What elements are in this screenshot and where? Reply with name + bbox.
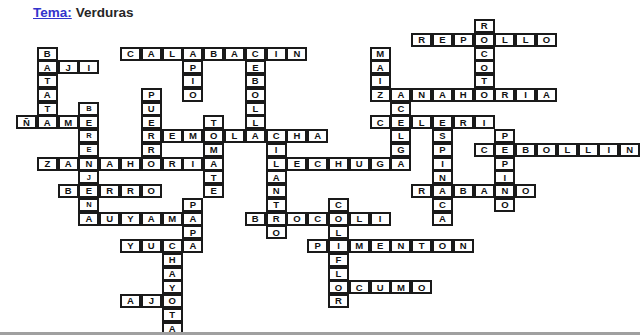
cell-r16-c21: N bbox=[453, 239, 474, 253]
cell-r14-c20: A bbox=[432, 212, 453, 226]
cell-r8-c7: E bbox=[162, 129, 183, 143]
cell-r11-c23: I bbox=[494, 170, 515, 184]
cell-r8-c13: H bbox=[286, 129, 307, 143]
cell-r16-c14: P bbox=[307, 239, 328, 253]
cell-r9-c27: L bbox=[578, 143, 599, 157]
cell-r9-c26: L bbox=[557, 143, 578, 157]
cell-r2-c8: A bbox=[182, 47, 203, 61]
cell-r7-c1: A bbox=[37, 115, 58, 129]
cell-r2-c10: A bbox=[224, 47, 245, 61]
cell-r6-c3: B bbox=[78, 102, 99, 116]
cell-r2-c12: I bbox=[266, 47, 287, 61]
cell-r14-c5: Y bbox=[120, 212, 141, 226]
cell-r5-c25: A bbox=[536, 88, 557, 102]
cell-r1-c23: L bbox=[494, 33, 515, 47]
cell-r12-c6: O bbox=[141, 184, 162, 198]
cell-r14-c4: U bbox=[99, 212, 120, 226]
cell-r7-c17: C bbox=[370, 115, 391, 129]
cell-r17-c7: H bbox=[162, 253, 183, 267]
crossword-board: REPOLLOCALABACINAJIZANAHORIAÑAMECELERIRE… bbox=[0, 0, 640, 335]
cell-r2-c22: C bbox=[474, 47, 495, 61]
cell-r7-c22: I bbox=[474, 115, 495, 129]
cell-r16-c8: A bbox=[182, 239, 203, 253]
cell-r5-c6: P bbox=[141, 88, 162, 102]
cell-r4-c17: I bbox=[370, 74, 391, 88]
cell-r5-c8: O bbox=[182, 88, 203, 102]
cell-r5-c17: Z bbox=[370, 88, 391, 102]
cell-r3-c3: I bbox=[78, 60, 99, 74]
page: Tema:Verduras REPOLLOCALABACINAJIZANAHOR… bbox=[0, 0, 640, 335]
cell-r12-c3: E bbox=[78, 184, 99, 198]
cell-r1-c21: P bbox=[453, 33, 474, 47]
cell-r16-c7: C bbox=[162, 239, 183, 253]
cell-r20-c6: J bbox=[141, 294, 162, 308]
cell-r5-c21: H bbox=[453, 88, 474, 102]
cell-r7-c11: L bbox=[245, 115, 266, 129]
cell-r9-c18: G bbox=[390, 143, 411, 157]
cell-r20-c7: O bbox=[162, 294, 183, 308]
cell-r2-c5: C bbox=[120, 47, 141, 61]
cell-r2-c9: B bbox=[203, 47, 224, 61]
cell-r14-c15: O bbox=[328, 212, 349, 226]
cell-r7-c9: T bbox=[203, 115, 224, 129]
cell-r8-c8: M bbox=[182, 129, 203, 143]
cell-r16-c16: M bbox=[349, 239, 370, 253]
cell-r14-c3: A bbox=[78, 212, 99, 226]
cell-r12-c21: B bbox=[453, 184, 474, 198]
cell-r11-c12: A bbox=[266, 170, 287, 184]
cell-r18-c15: L bbox=[328, 267, 349, 281]
cell-r5-c20: A bbox=[432, 88, 453, 102]
cell-r10-c8: I bbox=[182, 157, 203, 171]
cell-r19-c16: C bbox=[349, 280, 370, 294]
cell-r12-c20: A bbox=[432, 184, 453, 198]
cell-r1-c22: O bbox=[474, 33, 495, 47]
cell-r9-c25: O bbox=[536, 143, 557, 157]
cell-r2-c7: L bbox=[162, 47, 183, 61]
cell-r3-c1: A bbox=[37, 60, 58, 74]
cell-r16-c18: N bbox=[390, 239, 411, 253]
cell-r7-c19: L bbox=[411, 115, 432, 129]
cell-r21-c7: T bbox=[162, 308, 183, 322]
cell-r13-c23: O bbox=[494, 198, 515, 212]
cell-r8-c20: S bbox=[432, 129, 453, 143]
cell-r14-c11: B bbox=[245, 212, 266, 226]
cell-r9-c3: E bbox=[78, 143, 99, 157]
cell-r9-c9: M bbox=[203, 143, 224, 157]
cell-r15-c15: L bbox=[328, 225, 349, 239]
cell-r19-c18: M bbox=[390, 280, 411, 294]
cell-r6-c6: U bbox=[141, 102, 162, 116]
cell-r2-c6: A bbox=[141, 47, 162, 61]
cell-r2-c13: N bbox=[286, 47, 307, 61]
cell-r10-c3: N bbox=[78, 157, 99, 171]
cell-r2-c17: M bbox=[370, 47, 391, 61]
cell-r8-c6: R bbox=[141, 129, 162, 143]
cell-r12-c23: N bbox=[494, 184, 515, 198]
cell-r12-c12: N bbox=[266, 184, 287, 198]
cell-r10-c6: O bbox=[141, 157, 162, 171]
cell-r10-c5: H bbox=[120, 157, 141, 171]
cell-r9-c29: N bbox=[619, 143, 640, 157]
cell-r13-c20: C bbox=[432, 198, 453, 212]
cell-r7-c6: E bbox=[141, 115, 162, 129]
cell-r19-c15: O bbox=[328, 280, 349, 294]
cell-r5-c1: A bbox=[37, 88, 58, 102]
cell-r5-c19: N bbox=[411, 88, 432, 102]
cell-r9-c28: I bbox=[598, 143, 619, 157]
cell-r11-c20: N bbox=[432, 170, 453, 184]
cell-r16-c5: Y bbox=[120, 239, 141, 253]
cell-r14-c17: I bbox=[370, 212, 391, 226]
cell-r10-c16: U bbox=[349, 157, 370, 171]
cell-r1-c19: R bbox=[411, 33, 432, 47]
cell-r4-c22: T bbox=[474, 74, 495, 88]
cell-r3-c11: E bbox=[245, 60, 266, 74]
cell-r10-c7: R bbox=[162, 157, 183, 171]
cell-r8-c23: P bbox=[494, 129, 515, 143]
cell-r20-c15: R bbox=[328, 294, 349, 308]
cell-r7-c21: R bbox=[453, 115, 474, 129]
cell-r10-c9: A bbox=[203, 157, 224, 171]
cell-r3-c22: O bbox=[474, 60, 495, 74]
cell-r8-c18: L bbox=[390, 129, 411, 143]
cell-r12-c24: O bbox=[515, 184, 536, 198]
cell-r4-c11: B bbox=[245, 74, 266, 88]
cell-r10-c2: A bbox=[58, 157, 79, 171]
cell-r20-c5: A bbox=[120, 294, 141, 308]
cell-r9-c6: R bbox=[141, 143, 162, 157]
cell-r5-c24: I bbox=[515, 88, 536, 102]
cell-r14-c8: A bbox=[182, 212, 203, 226]
cell-r7-c0: Ñ bbox=[16, 115, 37, 129]
cell-r14-c14: C bbox=[307, 212, 328, 226]
cell-r10-c12: L bbox=[266, 157, 287, 171]
cell-r16-c6: U bbox=[141, 239, 162, 253]
cell-r5-c11: O bbox=[245, 88, 266, 102]
cell-r19-c17: U bbox=[370, 280, 391, 294]
cell-r10-c15: H bbox=[328, 157, 349, 171]
cell-r1-c20: E bbox=[432, 33, 453, 47]
cell-r9-c24: B bbox=[515, 143, 536, 157]
cell-r0-c22: R bbox=[474, 19, 495, 33]
cell-r19-c7: Y bbox=[162, 280, 183, 294]
cell-r12-c2: B bbox=[58, 184, 79, 198]
cell-r3-c8: P bbox=[182, 60, 203, 74]
cell-r19-c19: O bbox=[411, 280, 432, 294]
cell-r14-c13: O bbox=[286, 212, 307, 226]
cell-r16-c19: T bbox=[411, 239, 432, 253]
cell-r12-c19: R bbox=[411, 184, 432, 198]
cell-r14-c16: L bbox=[349, 212, 370, 226]
cell-r15-c12: O bbox=[266, 225, 287, 239]
cell-r8-c9: O bbox=[203, 129, 224, 143]
cell-r7-c2: M bbox=[58, 115, 79, 129]
cell-r7-c20: E bbox=[432, 115, 453, 129]
cell-r5-c23: R bbox=[494, 88, 515, 102]
cell-r10-c23: P bbox=[494, 157, 515, 171]
cell-r13-c8: P bbox=[182, 198, 203, 212]
cell-r13-c12: T bbox=[266, 198, 287, 212]
cell-r5-c18: A bbox=[390, 88, 411, 102]
cell-r6-c11: L bbox=[245, 102, 266, 116]
cell-r12-c5: R bbox=[120, 184, 141, 198]
cell-r10-c4: A bbox=[99, 157, 120, 171]
cell-r9-c23: E bbox=[494, 143, 515, 157]
cell-r16-c17: E bbox=[370, 239, 391, 253]
cell-r8-c10: L bbox=[224, 129, 245, 143]
cell-r8-c12: C bbox=[266, 129, 287, 143]
cell-r12-c4: R bbox=[99, 184, 120, 198]
cell-r4-c8: I bbox=[182, 74, 203, 88]
cell-r10-c13: E bbox=[286, 157, 307, 171]
cell-r8-c3: R bbox=[78, 129, 99, 143]
cell-r18-c7: A bbox=[162, 267, 183, 281]
cell-r14-c6: A bbox=[141, 212, 162, 226]
cell-r16-c15: I bbox=[328, 239, 349, 253]
cell-r13-c15: C bbox=[328, 198, 349, 212]
cell-r11-c3: J bbox=[78, 170, 99, 184]
cell-r9-c20: P bbox=[432, 143, 453, 157]
cell-r10-c20: I bbox=[432, 157, 453, 171]
cell-r4-c1: T bbox=[37, 74, 58, 88]
cell-r8-c14: A bbox=[307, 129, 328, 143]
cell-r15-c8: P bbox=[182, 225, 203, 239]
cell-r1-c25: O bbox=[536, 33, 557, 47]
cell-r14-c7: M bbox=[162, 212, 183, 226]
cell-r3-c17: A bbox=[370, 60, 391, 74]
cell-r14-c12: R bbox=[266, 212, 287, 226]
cell-r13-c3: N bbox=[78, 198, 99, 212]
cell-r7-c18: E bbox=[390, 115, 411, 129]
cell-r10-c18: A bbox=[390, 157, 411, 171]
cell-r12-c22: A bbox=[474, 184, 495, 198]
cell-r10-c1: Z bbox=[37, 157, 58, 171]
cell-r17-c15: F bbox=[328, 253, 349, 267]
cell-r6-c1: T bbox=[37, 102, 58, 116]
cell-r10-c17: G bbox=[370, 157, 391, 171]
cell-r6-c18: C bbox=[390, 102, 411, 116]
cell-r2-c1: B bbox=[37, 47, 58, 61]
cell-r9-c12: I bbox=[266, 143, 287, 157]
cell-r8-c11: A bbox=[245, 129, 266, 143]
cell-r3-c2: J bbox=[58, 60, 79, 74]
cell-r9-c22: C bbox=[474, 143, 495, 157]
cell-r11-c9: T bbox=[203, 170, 224, 184]
cell-r2-c11: C bbox=[245, 47, 266, 61]
cell-r7-c3: E bbox=[78, 115, 99, 129]
cell-r5-c22: O bbox=[474, 88, 495, 102]
cell-r10-c14: C bbox=[307, 157, 328, 171]
cell-r16-c20: O bbox=[432, 239, 453, 253]
cell-r1-c24: L bbox=[515, 33, 536, 47]
cell-r12-c9: E bbox=[203, 184, 224, 198]
